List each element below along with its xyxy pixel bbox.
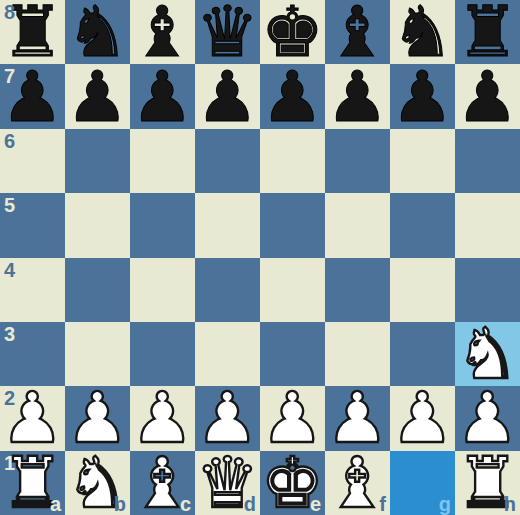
file-label-g: g: [439, 494, 451, 514]
square-c7[interactable]: ♟: [130, 64, 195, 128]
square-f6[interactable]: [325, 129, 390, 193]
square-h8[interactable]: ♜: [455, 0, 520, 64]
square-a8[interactable]: 8♜: [0, 0, 65, 64]
black-pawn[interactable]: ♟: [196, 62, 259, 132]
square-d1[interactable]: d♛: [195, 451, 260, 515]
square-h1[interactable]: h♜: [455, 451, 520, 515]
square-e2[interactable]: ♟: [260, 386, 325, 450]
square-g7[interactable]: ♟: [390, 64, 455, 128]
white-pawn[interactable]: ♟: [391, 383, 454, 453]
file-label-c: c: [180, 494, 191, 514]
black-pawn[interactable]: ♟: [456, 62, 519, 132]
rank-label-2: 2: [4, 388, 15, 408]
square-g2[interactable]: ♟: [390, 386, 455, 450]
square-a2[interactable]: 2♟: [0, 386, 65, 450]
square-e8[interactable]: ♚: [260, 0, 325, 64]
square-g8[interactable]: ♞: [390, 0, 455, 64]
square-g5[interactable]: [390, 193, 455, 257]
square-d8[interactable]: ♛: [195, 0, 260, 64]
rank-label-4: 4: [4, 260, 15, 280]
square-b5[interactable]: [65, 193, 130, 257]
square-e5[interactable]: [260, 193, 325, 257]
square-e7[interactable]: ♟: [260, 64, 325, 128]
square-b1[interactable]: b♞: [65, 451, 130, 515]
black-pawn[interactable]: ♟: [131, 62, 194, 132]
rank-label-1: 1: [4, 453, 15, 473]
square-h6[interactable]: [455, 129, 520, 193]
square-b4[interactable]: [65, 258, 130, 322]
black-pawn[interactable]: ♟: [326, 62, 389, 132]
square-h5[interactable]: [455, 193, 520, 257]
black-pawn[interactable]: ♟: [391, 62, 454, 132]
square-d5[interactable]: [195, 193, 260, 257]
square-b2[interactable]: ♟: [65, 386, 130, 450]
square-a1[interactable]: 1a♜: [0, 451, 65, 515]
square-a6[interactable]: 6: [0, 129, 65, 193]
square-d4[interactable]: [195, 258, 260, 322]
square-e4[interactable]: [260, 258, 325, 322]
black-pawn[interactable]: ♟: [261, 62, 324, 132]
square-d7[interactable]: ♟: [195, 64, 260, 128]
square-h7[interactable]: ♟: [455, 64, 520, 128]
rank-label-6: 6: [4, 131, 15, 151]
square-c2[interactable]: ♟: [130, 386, 195, 450]
file-label-b: b: [114, 494, 126, 514]
square-f4[interactable]: [325, 258, 390, 322]
square-e6[interactable]: [260, 129, 325, 193]
file-label-e: e: [310, 494, 321, 514]
square-c8[interactable]: ♝: [130, 0, 195, 64]
square-f2[interactable]: ♟: [325, 386, 390, 450]
square-e1[interactable]: e♚: [260, 451, 325, 515]
chess-board: 8♜♞♝♛♚♝♞♜7♟♟♟♟♟♟♟♟6543♞2♟♟♟♟♟♟♟♟1a♜b♞c♝d…: [0, 0, 520, 515]
file-label-f: f: [379, 494, 386, 514]
square-f8[interactable]: ♝: [325, 0, 390, 64]
square-c1[interactable]: c♝: [130, 451, 195, 515]
square-a5[interactable]: 5: [0, 193, 65, 257]
square-g4[interactable]: [390, 258, 455, 322]
square-c4[interactable]: [130, 258, 195, 322]
rank-label-7: 7: [4, 66, 15, 86]
rank-label-8: 8: [4, 2, 15, 22]
square-a4[interactable]: 4: [0, 258, 65, 322]
file-label-d: d: [244, 494, 256, 514]
square-c6[interactable]: [130, 129, 195, 193]
square-g1[interactable]: g: [390, 451, 455, 515]
square-b6[interactable]: [65, 129, 130, 193]
square-b8[interactable]: ♞: [65, 0, 130, 64]
black-pawn[interactable]: ♟: [66, 62, 129, 132]
square-f5[interactable]: [325, 193, 390, 257]
rank-label-3: 3: [4, 324, 15, 344]
square-c5[interactable]: [130, 193, 195, 257]
square-d2[interactable]: ♟: [195, 386, 260, 450]
rank-label-5: 5: [4, 195, 15, 215]
square-g6[interactable]: [390, 129, 455, 193]
square-f1[interactable]: f♝: [325, 451, 390, 515]
file-label-a: a: [50, 494, 61, 514]
file-label-h: h: [504, 494, 516, 514]
square-a7[interactable]: 7♟: [0, 64, 65, 128]
square-d6[interactable]: [195, 129, 260, 193]
square-b7[interactable]: ♟: [65, 64, 130, 128]
square-h2[interactable]: ♟: [455, 386, 520, 450]
square-f7[interactable]: ♟: [325, 64, 390, 128]
